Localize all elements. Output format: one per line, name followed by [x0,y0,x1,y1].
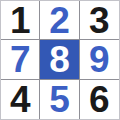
cell-digit: 7 [10,41,31,78]
cell-digit: 4 [10,81,31,118]
cell-digit: 5 [49,81,70,118]
cell-r1c2[interactable]: 2 [40,1,79,40]
cell-r3c2[interactable]: 5 [40,80,79,119]
cell-digit: 6 [89,81,110,118]
cell-digit: 1 [10,2,31,39]
cell-r3c1[interactable]: 4 [1,80,40,119]
cell-r1c1[interactable]: 1 [1,1,40,40]
cell-r2c3[interactable]: 9 [80,40,119,79]
sudoku-box: 1 2 3 7 8 9 4 5 6 [0,0,120,120]
cell-digit: 8 [49,41,70,78]
cell-digit: 9 [89,41,110,78]
cell-r2c2-selected[interactable]: 8 [40,40,79,79]
cell-digit: 3 [89,2,110,39]
cell-r2c1[interactable]: 7 [1,40,40,79]
cell-r3c3[interactable]: 6 [80,80,119,119]
cell-digit: 2 [49,2,70,39]
cell-r1c3[interactable]: 3 [80,1,119,40]
